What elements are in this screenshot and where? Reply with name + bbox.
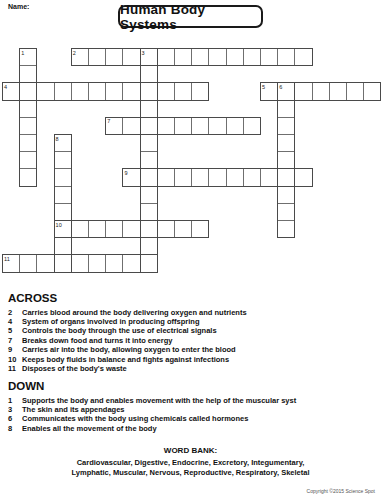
grid-cell[interactable] xyxy=(105,254,123,272)
grid-cell[interactable] xyxy=(277,203,295,221)
grid-cell[interactable] xyxy=(140,254,158,272)
grid-cell[interactable] xyxy=(140,220,158,238)
grid-cell[interactable] xyxy=(260,168,278,186)
clue-text: System of organs involved in producing o… xyxy=(22,317,377,326)
grid-cell[interactable] xyxy=(277,220,295,238)
grid-cell[interactable] xyxy=(277,168,295,186)
grid-cell[interactable] xyxy=(71,82,89,100)
grid-cell[interactable] xyxy=(105,48,123,66)
grid-cell[interactable] xyxy=(277,151,295,169)
grid-cell[interactable] xyxy=(157,48,175,66)
clue-across-4: 4 System of organs involved in producing… xyxy=(8,317,377,326)
clue-number: 9 xyxy=(8,345,22,354)
clue-down-3: 3 The skin and its appendages xyxy=(8,405,377,414)
grid-cell[interactable] xyxy=(71,220,89,238)
title-box: Human Body Systems xyxy=(118,5,263,28)
grid-cell[interactable] xyxy=(71,254,89,272)
grid-cell[interactable] xyxy=(19,65,37,83)
grid-cell[interactable] xyxy=(19,82,37,100)
grid-cell[interactable] xyxy=(54,82,72,100)
down-header: DOWN xyxy=(8,380,377,392)
clue-text: Controls the body through the use of ele… xyxy=(22,326,377,335)
grid-cell[interactable] xyxy=(19,168,37,186)
grid-cell[interactable] xyxy=(140,100,158,118)
grid-cell[interactable] xyxy=(140,82,158,100)
clue-number: 3 xyxy=(8,405,22,414)
grid-cell[interactable] xyxy=(122,168,140,186)
grid-cell[interactable] xyxy=(329,82,347,100)
clue-text: Supports the body and enables movement w… xyxy=(22,396,377,405)
grid-cell[interactable] xyxy=(19,117,37,135)
grid-cell[interactable] xyxy=(277,48,295,66)
clue-number: 5 xyxy=(8,326,22,335)
grid-cell[interactable] xyxy=(88,48,106,66)
clue-across-11: 11 Disposes of the body's waste xyxy=(8,364,377,373)
grid-cell[interactable] xyxy=(277,117,295,135)
word-bank: WORD BANK: Cardiovascular, Digestive, En… xyxy=(0,446,381,478)
grid-cell[interactable] xyxy=(260,82,278,100)
grid-cell[interactable] xyxy=(122,48,140,66)
grid-cell[interactable] xyxy=(19,134,37,152)
grid-cell[interactable] xyxy=(71,48,89,66)
grid-cell[interactable] xyxy=(2,254,20,272)
grid-cell[interactable] xyxy=(122,117,140,135)
grid-cell[interactable] xyxy=(191,82,209,100)
clue-across-2: 2 Carries blood around the body deliveri… xyxy=(8,308,377,317)
grid-cell[interactable] xyxy=(54,254,72,272)
clue-text: Enables all the movement of the body xyxy=(22,424,377,433)
clue-across-10: 10 Keeps body fluids in balance and figh… xyxy=(8,355,377,364)
grid-cell[interactable] xyxy=(174,168,192,186)
grid-cell[interactable] xyxy=(19,100,37,118)
grid-cell[interactable] xyxy=(122,220,140,238)
grid-cell[interactable] xyxy=(363,82,381,100)
grid-cell[interactable] xyxy=(243,48,261,66)
page-title: Human Body Systems xyxy=(120,2,261,32)
grid-cell[interactable] xyxy=(19,48,37,66)
grid-cell[interactable] xyxy=(191,220,209,238)
grid-cell[interactable] xyxy=(140,151,158,169)
grid-cell[interactable] xyxy=(88,254,106,272)
word-bank-header: WORD BANK: xyxy=(0,446,381,455)
grid-cell[interactable] xyxy=(122,254,140,272)
grid-cell[interactable] xyxy=(294,82,312,100)
grid-cell[interactable] xyxy=(312,82,330,100)
grid-cell[interactable] xyxy=(54,151,72,169)
across-header: ACROSS xyxy=(8,292,377,304)
grid-cell[interactable] xyxy=(54,203,72,221)
grid-cell[interactable] xyxy=(208,117,226,135)
grid-cell[interactable] xyxy=(140,168,158,186)
grid-cell[interactable] xyxy=(88,220,106,238)
grid-cell[interactable] xyxy=(54,134,72,152)
grid-cell[interactable] xyxy=(105,82,123,100)
clue-number: 11 xyxy=(8,364,22,373)
grid-cell[interactable] xyxy=(2,82,20,100)
grid-cell[interactable] xyxy=(277,134,295,152)
grid-cell[interactable] xyxy=(36,254,54,272)
grid-cell[interactable] xyxy=(346,82,364,100)
clue-text: Breaks down food and turns it into energ… xyxy=(22,336,377,345)
grid-cell[interactable] xyxy=(174,48,192,66)
grid-cell[interactable] xyxy=(226,168,244,186)
grid-cell[interactable] xyxy=(174,82,192,100)
word-bank-line-1: Cardiovascular, Digestive, Endocrine, Ex… xyxy=(0,458,381,468)
grid-cell[interactable] xyxy=(157,117,175,135)
clue-text: Carries air into the body, allowing oxyg… xyxy=(22,345,377,354)
grid-cell[interactable] xyxy=(54,186,72,204)
clue-text: Keeps body fluids in balance and fights … xyxy=(22,355,377,364)
grid-cell[interactable] xyxy=(174,117,192,135)
clue-across-9: 9 Carries air into the body, allowing ox… xyxy=(8,345,377,354)
grid-cell[interactable] xyxy=(88,82,106,100)
copyright-text: Copyright ©2015 Science Spot xyxy=(307,488,375,494)
grid-cell[interactable] xyxy=(294,168,312,186)
word-bank-line-2: Lymphatic, Muscular, Nervous, Reproducti… xyxy=(0,468,381,478)
clue-number: 10 xyxy=(8,355,22,364)
grid-cell[interactable] xyxy=(208,168,226,186)
grid-cell[interactable] xyxy=(157,220,175,238)
grid-cell[interactable] xyxy=(294,48,312,66)
across-clues-section: ACROSS 2 Carries blood around the body d… xyxy=(8,292,377,373)
grid-cell[interactable] xyxy=(140,237,158,255)
grid-cell[interactable] xyxy=(140,48,158,66)
grid-cell[interactable] xyxy=(191,117,209,135)
clue-across-7: 7 Breaks down food and turns it into ene… xyxy=(8,336,377,345)
clue-text: The skin and its appendages xyxy=(22,405,377,414)
clue-text: Disposes of the body's waste xyxy=(22,364,377,373)
clue-number: 7 xyxy=(8,336,22,345)
grid-cell[interactable] xyxy=(226,48,244,66)
crossword-grid: 1234567891011 xyxy=(2,48,381,273)
clue-text: Carries blood around the body delivering… xyxy=(22,308,377,317)
grid-cell[interactable] xyxy=(19,151,37,169)
grid-cell[interactable] xyxy=(226,117,244,135)
grid-cell[interactable] xyxy=(157,168,175,186)
grid-cell[interactable] xyxy=(122,82,140,100)
grid-cell[interactable] xyxy=(277,100,295,118)
grid-cell[interactable] xyxy=(277,82,295,100)
grid-cell[interactable] xyxy=(260,48,278,66)
grid-cell[interactable] xyxy=(105,220,123,238)
clue-down-6: 6 Communicates with the body using chemi… xyxy=(8,414,377,423)
grid-cell[interactable] xyxy=(140,117,158,135)
grid-cell[interactable] xyxy=(140,65,158,83)
clue-down-1: 1 Supports the body and enables movement… xyxy=(8,396,377,405)
clue-across-5: 5 Controls the body through the use of e… xyxy=(8,326,377,335)
grid-cell[interactable] xyxy=(243,117,261,135)
grid-cell[interactable] xyxy=(174,220,192,238)
name-label: Name: xyxy=(8,3,29,10)
grid-cell[interactable] xyxy=(140,134,158,152)
grid-cell[interactable] xyxy=(277,186,295,204)
grid-cell[interactable] xyxy=(36,82,54,100)
grid-cell[interactable] xyxy=(208,48,226,66)
grid-cell[interactable] xyxy=(157,82,175,100)
grid-cell[interactable] xyxy=(105,117,123,135)
down-clues-section: DOWN 1 Supports the body and enables mov… xyxy=(8,380,377,433)
clue-down-8: 8 Enables all the movement of the body xyxy=(8,424,377,433)
clue-text: Communicates with the body using chemica… xyxy=(22,414,377,423)
grid-cell[interactable] xyxy=(54,237,72,255)
grid-cell[interactable] xyxy=(54,220,72,238)
clue-number: 2 xyxy=(8,308,22,317)
grid-cell[interactable] xyxy=(243,168,261,186)
clue-number: 6 xyxy=(8,414,22,423)
grid-cell[interactable] xyxy=(191,168,209,186)
clue-number: 4 xyxy=(8,317,22,326)
grid-cell[interactable] xyxy=(19,254,37,272)
clue-number: 1 xyxy=(8,396,22,405)
clue-number: 8 xyxy=(8,424,22,433)
grid-cell[interactable] xyxy=(54,168,72,186)
grid-cell[interactable] xyxy=(140,186,158,204)
grid-cell[interactable] xyxy=(191,48,209,66)
grid-cell[interactable] xyxy=(140,203,158,221)
